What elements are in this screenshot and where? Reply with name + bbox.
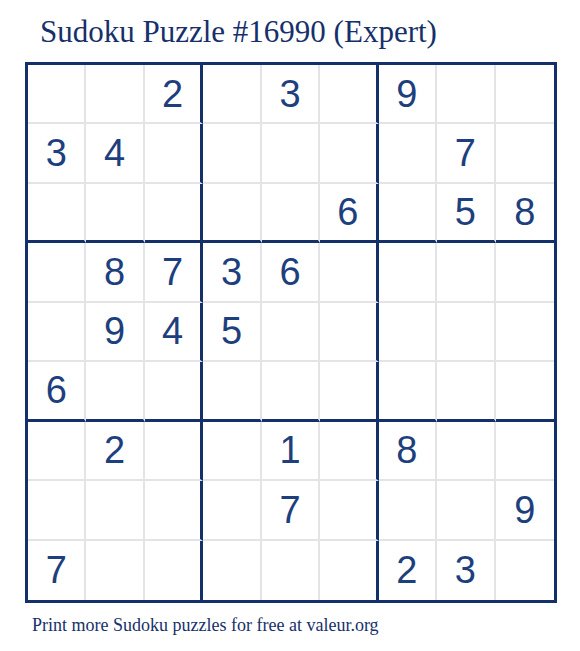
cell-r7c3[interactable] (145, 422, 203, 481)
cell-r7c6[interactable] (320, 422, 378, 481)
cell-r9c5[interactable] (262, 541, 320, 600)
cell-r3c6-given-6[interactable]: 6 (320, 184, 378, 243)
sudoku-board: 2393476588736945621879723 (25, 62, 557, 603)
cell-r5c1[interactable] (28, 303, 86, 362)
cell-r1c9[interactable] (496, 65, 554, 124)
cell-r6c8[interactable] (437, 362, 495, 421)
cell-r6c5[interactable] (262, 362, 320, 421)
cell-r9c3[interactable] (145, 541, 203, 600)
cell-r8c1[interactable] (28, 481, 86, 540)
cell-r2c5[interactable] (262, 124, 320, 183)
cell-r1c2[interactable] (86, 65, 144, 124)
cell-r4c2-given-8[interactable]: 8 (86, 243, 144, 302)
cell-r9c6[interactable] (320, 541, 378, 600)
cell-r3c1[interactable] (28, 184, 86, 243)
cell-r8c3[interactable] (145, 481, 203, 540)
cell-r7c4[interactable] (203, 422, 261, 481)
cell-r2c3[interactable] (145, 124, 203, 183)
cell-r1c4[interactable] (203, 65, 261, 124)
cell-r1c5-given-3[interactable]: 3 (262, 65, 320, 124)
cell-r4c7[interactable] (379, 243, 437, 302)
cell-r9c1-given-7[interactable]: 7 (28, 541, 86, 600)
cell-r7c8[interactable] (437, 422, 495, 481)
cell-r6c9[interactable] (496, 362, 554, 421)
cell-r3c8-given-5[interactable]: 5 (437, 184, 495, 243)
cell-r5c2-given-9[interactable]: 9 (86, 303, 144, 362)
cell-r2c2-given-4[interactable]: 4 (86, 124, 144, 183)
cell-r8c8[interactable] (437, 481, 495, 540)
footer-text: Print more Sudoku puzzles for free at va… (32, 615, 379, 636)
cell-r9c2[interactable] (86, 541, 144, 600)
cell-r5c4-given-5[interactable]: 5 (203, 303, 261, 362)
cell-r4c3-given-7[interactable]: 7 (145, 243, 203, 302)
cell-r6c4[interactable] (203, 362, 261, 421)
cell-r3c4[interactable] (203, 184, 261, 243)
cell-r7c1[interactable] (28, 422, 86, 481)
cell-r5c5[interactable] (262, 303, 320, 362)
cell-r2c9[interactable] (496, 124, 554, 183)
cell-r8c4[interactable] (203, 481, 261, 540)
cell-r1c6[interactable] (320, 65, 378, 124)
cell-r1c1[interactable] (28, 65, 86, 124)
cell-r4c4-given-3[interactable]: 3 (203, 243, 261, 302)
cell-r8c2[interactable] (86, 481, 144, 540)
cell-r2c8-given-7[interactable]: 7 (437, 124, 495, 183)
cell-r2c4[interactable] (203, 124, 261, 183)
cell-r8c6[interactable] (320, 481, 378, 540)
cell-r6c3[interactable] (145, 362, 203, 421)
cell-r5c8[interactable] (437, 303, 495, 362)
cell-r9c7-given-2[interactable]: 2 (379, 541, 437, 600)
cell-r2c7[interactable] (379, 124, 437, 183)
cell-r3c7[interactable] (379, 184, 437, 243)
cell-r1c3-given-2[interactable]: 2 (145, 65, 203, 124)
cell-r7c2-given-2[interactable]: 2 (86, 422, 144, 481)
cell-r3c9-given-8[interactable]: 8 (496, 184, 554, 243)
cell-r4c6[interactable] (320, 243, 378, 302)
cell-r5c3-given-4[interactable]: 4 (145, 303, 203, 362)
cell-r3c5[interactable] (262, 184, 320, 243)
cell-r4c8[interactable] (437, 243, 495, 302)
cell-r3c3[interactable] (145, 184, 203, 243)
cell-r2c6[interactable] (320, 124, 378, 183)
page-title: Sudoku Puzzle #16990 (Expert) (40, 14, 437, 50)
cell-r6c7[interactable] (379, 362, 437, 421)
cell-r4c5-given-6[interactable]: 6 (262, 243, 320, 302)
cell-r6c2[interactable] (86, 362, 144, 421)
cell-r9c8-given-3[interactable]: 3 (437, 541, 495, 600)
cell-r5c7[interactable] (379, 303, 437, 362)
cell-r1c7-given-9[interactable]: 9 (379, 65, 437, 124)
cell-r8c9-given-9[interactable]: 9 (496, 481, 554, 540)
cell-r8c5-given-7[interactable]: 7 (262, 481, 320, 540)
cell-r6c6[interactable] (320, 362, 378, 421)
cell-r9c4[interactable] (203, 541, 261, 600)
cell-r2c1-given-3[interactable]: 3 (28, 124, 86, 183)
cell-r5c9[interactable] (496, 303, 554, 362)
cell-r6c1-given-6[interactable]: 6 (28, 362, 86, 421)
cell-r7c7-given-8[interactable]: 8 (379, 422, 437, 481)
cell-r8c7[interactable] (379, 481, 437, 540)
cell-r7c9[interactable] (496, 422, 554, 481)
cell-r4c1[interactable] (28, 243, 86, 302)
cell-r7c5-given-1[interactable]: 1 (262, 422, 320, 481)
cell-r5c6[interactable] (320, 303, 378, 362)
cell-r1c8[interactable] (437, 65, 495, 124)
cell-r9c9[interactable] (496, 541, 554, 600)
cell-r3c2[interactable] (86, 184, 144, 243)
cell-r4c9[interactable] (496, 243, 554, 302)
